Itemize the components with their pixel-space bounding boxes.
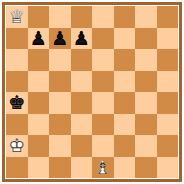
square-e7[interactable] bbox=[92, 28, 114, 50]
square-f4[interactable] bbox=[114, 92, 136, 114]
square-h8[interactable] bbox=[157, 6, 179, 28]
black-pawn-piece[interactable]: ♟♙ bbox=[49, 28, 71, 50]
square-c5[interactable] bbox=[49, 71, 71, 93]
square-f5[interactable] bbox=[114, 71, 136, 93]
square-c2[interactable] bbox=[49, 135, 71, 157]
square-h1[interactable] bbox=[157, 157, 179, 179]
square-a5[interactable] bbox=[6, 71, 28, 93]
square-g8[interactable] bbox=[135, 6, 157, 28]
square-h7[interactable] bbox=[157, 28, 179, 50]
square-d5[interactable] bbox=[71, 71, 93, 93]
square-b7[interactable]: ♟♙ bbox=[28, 28, 50, 50]
square-d1[interactable] bbox=[71, 157, 93, 179]
square-b2[interactable] bbox=[28, 135, 50, 157]
square-f8[interactable] bbox=[114, 6, 136, 28]
square-f2[interactable] bbox=[114, 135, 136, 157]
chess-board-frame: ♛♕♟♙♟♙♟♙♚♔♚♔♝♗ bbox=[2, 2, 182, 182]
square-h5[interactable] bbox=[157, 71, 179, 93]
square-c6[interactable] bbox=[49, 49, 71, 71]
square-f6[interactable] bbox=[114, 49, 136, 71]
square-g6[interactable] bbox=[135, 49, 157, 71]
square-a7[interactable] bbox=[6, 28, 28, 50]
square-c3[interactable] bbox=[49, 114, 71, 136]
square-c7[interactable]: ♟♙ bbox=[49, 28, 71, 50]
square-h6[interactable] bbox=[157, 49, 179, 71]
square-e5[interactable] bbox=[92, 71, 114, 93]
square-f3[interactable] bbox=[114, 114, 136, 136]
black-pawn-piece[interactable]: ♟♙ bbox=[28, 28, 50, 50]
square-a1[interactable] bbox=[6, 157, 28, 179]
square-h4[interactable] bbox=[157, 92, 179, 114]
square-e6[interactable] bbox=[92, 49, 114, 71]
square-a8[interactable]: ♛♕ bbox=[6, 6, 28, 28]
square-g3[interactable] bbox=[135, 114, 157, 136]
square-h2[interactable] bbox=[157, 135, 179, 157]
square-e2[interactable] bbox=[92, 135, 114, 157]
chess-board: ♛♕♟♙♟♙♟♙♚♔♚♔♝♗ bbox=[6, 6, 178, 178]
square-d6[interactable] bbox=[71, 49, 93, 71]
square-g7[interactable] bbox=[135, 28, 157, 50]
square-a2[interactable]: ♚♔ bbox=[6, 135, 28, 157]
white-king-piece[interactable]: ♚♔ bbox=[6, 135, 28, 157]
square-e8[interactable] bbox=[92, 6, 114, 28]
square-d8[interactable] bbox=[71, 6, 93, 28]
square-b3[interactable] bbox=[28, 114, 50, 136]
square-a6[interactable] bbox=[6, 49, 28, 71]
black-pawn-piece[interactable]: ♟♙ bbox=[71, 28, 93, 50]
square-e1[interactable]: ♝♗ bbox=[92, 157, 114, 179]
black-king-piece[interactable]: ♚♔ bbox=[6, 92, 28, 114]
square-g4[interactable] bbox=[135, 92, 157, 114]
square-d3[interactable] bbox=[71, 114, 93, 136]
square-d7[interactable]: ♟♙ bbox=[71, 28, 93, 50]
square-d4[interactable] bbox=[71, 92, 93, 114]
square-a4[interactable]: ♚♔ bbox=[6, 92, 28, 114]
square-c1[interactable] bbox=[49, 157, 71, 179]
square-d2[interactable] bbox=[71, 135, 93, 157]
square-b4[interactable] bbox=[28, 92, 50, 114]
square-e3[interactable] bbox=[92, 114, 114, 136]
square-c4[interactable] bbox=[49, 92, 71, 114]
square-h3[interactable] bbox=[157, 114, 179, 136]
square-b1[interactable] bbox=[28, 157, 50, 179]
square-g2[interactable] bbox=[135, 135, 157, 157]
square-c8[interactable] bbox=[49, 6, 71, 28]
square-f1[interactable] bbox=[114, 157, 136, 179]
square-a3[interactable] bbox=[6, 114, 28, 136]
square-b6[interactable] bbox=[28, 49, 50, 71]
square-b5[interactable] bbox=[28, 71, 50, 93]
square-e4[interactable] bbox=[92, 92, 114, 114]
white-bishop-piece[interactable]: ♝♗ bbox=[92, 157, 114, 179]
square-g5[interactable] bbox=[135, 71, 157, 93]
square-f7[interactable] bbox=[114, 28, 136, 50]
square-b8[interactable] bbox=[28, 6, 50, 28]
white-queen-piece[interactable]: ♛♕ bbox=[6, 6, 28, 28]
page: ♛♕♟♙♟♙♟♙♚♔♚♔♝♗ bbox=[0, 0, 184, 184]
square-g1[interactable] bbox=[135, 157, 157, 179]
